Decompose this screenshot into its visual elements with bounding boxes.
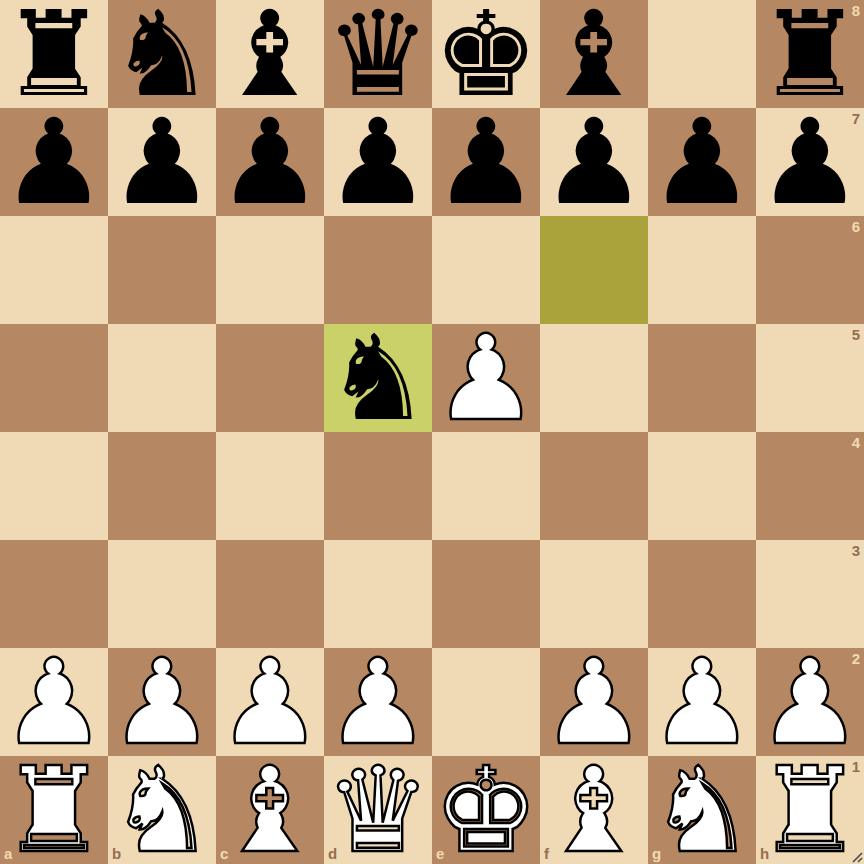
square-h8[interactable]: ♜ <box>756 0 864 108</box>
piece-white-bishop-c1[interactable]: ♝ <box>217 751 323 864</box>
square-h4[interactable] <box>756 432 864 540</box>
piece-black-pawn-d7[interactable]: ♟ <box>325 103 431 221</box>
piece-white-knight-b1[interactable]: ♞ <box>109 751 215 864</box>
square-b3[interactable] <box>108 540 216 648</box>
square-g7[interactable]: ♟ <box>648 108 756 216</box>
square-c1[interactable]: ♝ <box>216 756 324 864</box>
piece-black-pawn-c7[interactable]: ♟ <box>217 103 323 221</box>
piece-white-queen-d1[interactable]: ♛ <box>325 751 431 864</box>
square-b2[interactable]: ♟ <box>108 648 216 756</box>
square-h1[interactable]: ♜ <box>756 756 864 864</box>
square-f8[interactable]: ♝ <box>540 0 648 108</box>
square-g2[interactable]: ♟ <box>648 648 756 756</box>
square-g4[interactable] <box>648 432 756 540</box>
square-d2[interactable]: ♟ <box>324 648 432 756</box>
square-f3[interactable] <box>540 540 648 648</box>
square-b5[interactable] <box>108 324 216 432</box>
square-c2[interactable]: ♟ <box>216 648 324 756</box>
square-d4[interactable] <box>324 432 432 540</box>
square-f2[interactable]: ♟ <box>540 648 648 756</box>
square-g1[interactable]: ♞ <box>648 756 756 864</box>
board-resize-handle[interactable] <box>849 849 863 863</box>
piece-white-knight-g1[interactable]: ♞ <box>649 751 755 864</box>
square-d6[interactable] <box>324 216 432 324</box>
square-g6[interactable] <box>648 216 756 324</box>
square-g5[interactable] <box>648 324 756 432</box>
square-h2[interactable]: ♟ <box>756 648 864 756</box>
square-e3[interactable] <box>432 540 540 648</box>
square-a3[interactable] <box>0 540 108 648</box>
square-c7[interactable]: ♟ <box>216 108 324 216</box>
square-h3[interactable] <box>756 540 864 648</box>
square-e4[interactable] <box>432 432 540 540</box>
square-d7[interactable]: ♟ <box>324 108 432 216</box>
square-d3[interactable] <box>324 540 432 648</box>
square-a8[interactable]: ♜ <box>0 0 108 108</box>
square-e2[interactable] <box>432 648 540 756</box>
piece-black-pawn-h7[interactable]: ♟ <box>757 103 863 221</box>
square-d1[interactable]: ♛ <box>324 756 432 864</box>
square-f6[interactable] <box>540 216 648 324</box>
piece-black-pawn-f7[interactable]: ♟ <box>541 103 647 221</box>
square-g3[interactable] <box>648 540 756 648</box>
square-a5[interactable] <box>0 324 108 432</box>
square-e7[interactable]: ♟ <box>432 108 540 216</box>
square-b6[interactable] <box>108 216 216 324</box>
square-g8[interactable] <box>648 0 756 108</box>
square-f7[interactable]: ♟ <box>540 108 648 216</box>
square-d5[interactable]: ♞ <box>324 324 432 432</box>
piece-black-pawn-a7[interactable]: ♟ <box>1 103 107 221</box>
square-e6[interactable] <box>432 216 540 324</box>
chess-board: ♜♞♝♛♚♝♜♟♟♟♟♟♟♟♟♞♟♟♟♟♟♟♟♟♜♞♝♛♚♝♞♜87654321… <box>0 0 864 864</box>
piece-white-rook-a1[interactable]: ♜ <box>1 751 107 864</box>
piece-black-pawn-e7[interactable]: ♟ <box>433 103 539 221</box>
square-d8[interactable]: ♛ <box>324 0 432 108</box>
square-a1[interactable]: ♜ <box>0 756 108 864</box>
square-b8[interactable]: ♞ <box>108 0 216 108</box>
square-e5[interactable]: ♟ <box>432 324 540 432</box>
square-b1[interactable]: ♞ <box>108 756 216 864</box>
piece-white-pawn-e5[interactable]: ♟ <box>433 319 539 437</box>
square-c8[interactable]: ♝ <box>216 0 324 108</box>
square-a4[interactable] <box>0 432 108 540</box>
piece-black-knight-d5[interactable]: ♞ <box>325 319 431 437</box>
square-f1[interactable]: ♝ <box>540 756 648 864</box>
piece-white-king-e1[interactable]: ♚ <box>433 751 539 864</box>
square-h5[interactable] <box>756 324 864 432</box>
square-b4[interactable] <box>108 432 216 540</box>
square-e8[interactable]: ♚ <box>432 0 540 108</box>
square-f4[interactable] <box>540 432 648 540</box>
square-b7[interactable]: ♟ <box>108 108 216 216</box>
square-h7[interactable]: ♟ <box>756 108 864 216</box>
piece-black-pawn-g7[interactable]: ♟ <box>649 103 755 221</box>
square-e1[interactable]: ♚ <box>432 756 540 864</box>
square-a2[interactable]: ♟ <box>0 648 108 756</box>
piece-white-bishop-f1[interactable]: ♝ <box>541 751 647 864</box>
square-c4[interactable] <box>216 432 324 540</box>
piece-black-pawn-b7[interactable]: ♟ <box>109 103 215 221</box>
square-c3[interactable] <box>216 540 324 648</box>
square-c5[interactable] <box>216 324 324 432</box>
square-a7[interactable]: ♟ <box>0 108 108 216</box>
piece-white-rook-h1[interactable]: ♜ <box>757 751 863 864</box>
square-c6[interactable] <box>216 216 324 324</box>
square-f5[interactable] <box>540 324 648 432</box>
square-h6[interactable] <box>756 216 864 324</box>
square-a6[interactable] <box>0 216 108 324</box>
